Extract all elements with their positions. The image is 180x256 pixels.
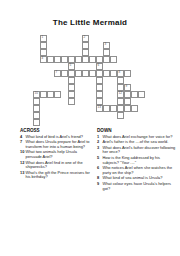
grid-void bbox=[159, 98, 166, 105]
grid-void bbox=[61, 77, 68, 84]
grid-void bbox=[138, 35, 145, 42]
grid-cell[interactable] bbox=[82, 49, 89, 56]
grid-void bbox=[131, 119, 138, 126]
grid-void bbox=[82, 77, 89, 84]
grid-void bbox=[33, 42, 40, 49]
grid-void bbox=[68, 105, 75, 112]
grid-void bbox=[47, 105, 54, 112]
grid-void bbox=[26, 91, 33, 98]
grid-void bbox=[103, 98, 110, 105]
grid-void bbox=[26, 42, 33, 49]
grid-cell[interactable] bbox=[117, 98, 124, 105]
grid-cell[interactable] bbox=[75, 56, 82, 63]
grid-void bbox=[131, 56, 138, 63]
grid-void bbox=[117, 56, 124, 63]
grid-void bbox=[47, 77, 54, 84]
grid-void bbox=[152, 35, 159, 42]
grid-void bbox=[131, 77, 138, 84]
grid-void bbox=[138, 42, 145, 49]
grid-void bbox=[47, 63, 54, 70]
grid-cell[interactable] bbox=[117, 112, 124, 119]
grid-cell[interactable]: 3 bbox=[103, 42, 110, 49]
grid-cell[interactable] bbox=[33, 112, 40, 119]
cell-number: 5 bbox=[70, 64, 72, 67]
grid-void bbox=[89, 119, 96, 126]
grid-void bbox=[33, 63, 40, 70]
grid-void bbox=[159, 84, 166, 91]
grid-void bbox=[82, 105, 89, 112]
grid-void bbox=[159, 35, 166, 42]
clue-text: What does Ariel find in one of the shipw… bbox=[26, 161, 95, 170]
grid-void bbox=[131, 98, 138, 105]
grid-void bbox=[40, 70, 47, 77]
grid-void bbox=[124, 35, 131, 42]
cell-number: 8 bbox=[119, 71, 121, 74]
grid-cell[interactable]: 8 bbox=[117, 70, 124, 77]
grid-cell[interactable]: 7 bbox=[54, 70, 61, 77]
grid-void bbox=[61, 49, 68, 56]
grid-void bbox=[33, 56, 40, 63]
grid-void bbox=[103, 91, 110, 98]
grid-void bbox=[68, 119, 75, 126]
grid-void bbox=[110, 42, 117, 49]
grid-void bbox=[110, 91, 117, 98]
grid-void bbox=[96, 119, 103, 126]
grid-void bbox=[145, 84, 152, 91]
cell-number: 12 bbox=[119, 92, 122, 95]
grid-cell[interactable] bbox=[68, 77, 75, 84]
grid-void bbox=[152, 91, 159, 98]
grid-cell[interactable] bbox=[61, 56, 68, 63]
grid-void bbox=[145, 35, 152, 42]
grid-void bbox=[159, 112, 166, 119]
grid-void bbox=[138, 112, 145, 119]
across-clue-item: 10What two animals help Ursula persuade … bbox=[20, 150, 94, 159]
grid-void bbox=[75, 119, 82, 126]
grid-cell[interactable] bbox=[68, 70, 75, 77]
grid-cell[interactable]: 12 bbox=[117, 91, 124, 98]
grid-void bbox=[138, 105, 145, 112]
grid-cell[interactable] bbox=[33, 98, 40, 105]
grid-void bbox=[89, 98, 96, 105]
grid-void bbox=[61, 35, 68, 42]
grid-void bbox=[61, 105, 68, 112]
grid-void bbox=[33, 70, 40, 77]
grid-void bbox=[159, 49, 166, 56]
grid-cell[interactable] bbox=[68, 84, 75, 91]
grid-void bbox=[89, 49, 96, 56]
grid-void bbox=[159, 42, 166, 49]
grid-void bbox=[103, 112, 110, 119]
grid-void bbox=[26, 77, 33, 84]
cell-number: 10 bbox=[35, 92, 38, 95]
grid-void bbox=[145, 112, 152, 119]
grid-void bbox=[75, 35, 82, 42]
grid-void bbox=[110, 49, 117, 56]
grid-void bbox=[61, 42, 68, 49]
grid-void bbox=[117, 63, 124, 70]
grid-void bbox=[117, 35, 124, 42]
grid-void bbox=[145, 63, 152, 70]
page-title: The Little Mermaid bbox=[0, 18, 180, 27]
grid-cell[interactable] bbox=[110, 56, 117, 63]
grid-cell[interactable]: 9 bbox=[124, 84, 131, 91]
grid-cell[interactable] bbox=[82, 70, 89, 77]
grid-void bbox=[33, 35, 40, 42]
grid-void bbox=[75, 98, 82, 105]
grid-void bbox=[26, 98, 33, 105]
grid-void bbox=[145, 49, 152, 56]
grid-cell[interactable] bbox=[103, 105, 110, 112]
grid-void bbox=[89, 77, 96, 84]
grid-void bbox=[138, 70, 145, 77]
grid-void bbox=[54, 49, 61, 56]
across-clue-item: 13What's the gift the Prince receives fo… bbox=[20, 171, 94, 180]
grid-void bbox=[75, 42, 82, 49]
grid-void bbox=[82, 98, 89, 105]
grid-void bbox=[26, 119, 33, 126]
grid-void bbox=[145, 91, 152, 98]
grid-void bbox=[138, 49, 145, 56]
grid-void bbox=[89, 105, 96, 112]
grid-void bbox=[145, 119, 152, 126]
grid-void bbox=[40, 112, 47, 119]
grid-void bbox=[89, 35, 96, 42]
grid-void bbox=[54, 63, 61, 70]
grid-void bbox=[152, 77, 159, 84]
grid-void bbox=[159, 63, 166, 70]
across-clue-item: 7What does Ursula prepare for Ariel to t… bbox=[20, 140, 94, 149]
grid-void bbox=[138, 98, 145, 105]
grid-cell[interactable] bbox=[96, 70, 103, 77]
grid-cell[interactable] bbox=[89, 70, 96, 77]
grid-void bbox=[89, 91, 96, 98]
grid-void bbox=[124, 56, 131, 63]
grid-cell[interactable]: 13 bbox=[96, 105, 103, 112]
grid-cell[interactable] bbox=[54, 91, 61, 98]
grid-cell[interactable] bbox=[117, 84, 124, 91]
grid-void bbox=[89, 84, 96, 91]
grid-void bbox=[40, 84, 47, 91]
grid-void bbox=[75, 77, 82, 84]
grid-void bbox=[61, 91, 68, 98]
grid-void bbox=[54, 42, 61, 49]
grid-void bbox=[75, 91, 82, 98]
grid-void bbox=[131, 112, 138, 119]
grid-cell[interactable] bbox=[124, 105, 131, 112]
grid-void bbox=[75, 84, 82, 91]
cell-number: 1 bbox=[42, 36, 44, 39]
grid-void bbox=[40, 63, 47, 70]
grid-void bbox=[75, 49, 82, 56]
down-clues-section: DOWN 1What does Ariel exchange her voice… bbox=[97, 128, 177, 192]
grid-void bbox=[68, 42, 75, 49]
grid-cell[interactable] bbox=[47, 56, 54, 63]
grid-void bbox=[159, 77, 166, 84]
grid-void bbox=[26, 63, 33, 70]
grid-void bbox=[145, 105, 152, 112]
grid-void bbox=[110, 63, 117, 70]
grid-cell[interactable] bbox=[96, 98, 103, 105]
grid-void bbox=[75, 105, 82, 112]
grid-cell[interactable] bbox=[103, 70, 110, 77]
worksheet-page: { "game": "crossword", "title": "The Lit… bbox=[0, 0, 180, 256]
down-clue-list: 1What does Ariel exchange her voice for?… bbox=[97, 135, 177, 192]
grid-cell[interactable] bbox=[124, 98, 131, 105]
grid-void bbox=[47, 98, 54, 105]
down-header: DOWN bbox=[97, 128, 177, 133]
grid-cell[interactable]: 10 bbox=[33, 91, 40, 98]
clue-text: What's the gift the Prince receives for … bbox=[26, 171, 95, 180]
grid-void bbox=[82, 84, 89, 91]
grid-cell[interactable] bbox=[103, 56, 110, 63]
grid-void bbox=[124, 77, 131, 84]
clue-text: What does Ariel's father discover follow… bbox=[103, 146, 178, 155]
grid-void bbox=[159, 91, 166, 98]
grid-void bbox=[152, 56, 159, 63]
grid-void bbox=[47, 42, 54, 49]
down-clue-item: 3What does Ariel's father discover follo… bbox=[97, 146, 177, 155]
grid-void bbox=[54, 77, 61, 84]
cell-number: 4 bbox=[42, 57, 44, 60]
grid-void bbox=[68, 49, 75, 56]
cell-number: 9 bbox=[126, 85, 128, 88]
grid-void bbox=[124, 42, 131, 49]
grid-cell[interactable] bbox=[82, 56, 89, 63]
grid-void bbox=[103, 119, 110, 126]
grid-void bbox=[145, 77, 152, 84]
grid-cell[interactable] bbox=[61, 70, 68, 77]
grid-void bbox=[145, 70, 152, 77]
grid-void bbox=[110, 77, 117, 84]
grid-void bbox=[47, 119, 54, 126]
grid-void bbox=[61, 63, 68, 70]
clue-text: What colour eyes have Ursula's helpers g… bbox=[103, 182, 178, 191]
grid-cell[interactable] bbox=[33, 105, 40, 112]
grid-cell[interactable] bbox=[96, 77, 103, 84]
grid-void bbox=[61, 84, 68, 91]
grid-void bbox=[26, 49, 33, 56]
grid-void bbox=[110, 84, 117, 91]
grid-void bbox=[26, 35, 33, 42]
grid-void bbox=[131, 35, 138, 42]
grid-void bbox=[61, 112, 68, 119]
grid-cell[interactable] bbox=[117, 77, 124, 84]
grid-cell[interactable] bbox=[40, 42, 47, 49]
grid-void bbox=[26, 105, 33, 112]
grid-void bbox=[54, 119, 61, 126]
grid-void bbox=[47, 49, 54, 56]
cell-number: 3 bbox=[105, 43, 107, 46]
clue-text: Who notices Ariel when she watches the p… bbox=[103, 166, 178, 175]
grid-void bbox=[103, 84, 110, 91]
grid-void bbox=[152, 63, 159, 70]
grid-cell[interactable] bbox=[124, 70, 131, 77]
cell-number: 2 bbox=[84, 36, 86, 39]
grid-cell[interactable] bbox=[124, 91, 131, 98]
grid-void bbox=[40, 77, 47, 84]
grid-void bbox=[33, 49, 40, 56]
grid-void bbox=[152, 42, 159, 49]
grid-cell[interactable] bbox=[110, 70, 117, 77]
grid-void bbox=[54, 98, 61, 105]
grid-void bbox=[68, 35, 75, 42]
grid-cell[interactable] bbox=[33, 119, 40, 126]
grid-void bbox=[96, 49, 103, 56]
grid-void bbox=[54, 112, 61, 119]
grid-void bbox=[110, 112, 117, 119]
grid-void bbox=[152, 70, 159, 77]
grid-void bbox=[103, 63, 110, 70]
grid-void bbox=[159, 70, 166, 77]
grid-cell[interactable]: 2 bbox=[82, 35, 89, 42]
grid-void bbox=[131, 70, 138, 77]
grid-cell[interactable]: 4 bbox=[40, 56, 47, 63]
grid-void bbox=[138, 84, 145, 91]
grid-void bbox=[82, 63, 89, 70]
cell-number: 13 bbox=[98, 106, 101, 109]
grid-cell[interactable] bbox=[96, 84, 103, 91]
grid-void bbox=[124, 49, 131, 56]
grid-void bbox=[26, 84, 33, 91]
across-clue-list: 4What kind of bird is Ariel's friend?7Wh… bbox=[20, 135, 94, 180]
down-clue-item: 6Who notices Ariel when she watches the … bbox=[97, 166, 177, 175]
grid-void bbox=[96, 112, 103, 119]
grid-void bbox=[145, 98, 152, 105]
grid-void bbox=[159, 119, 166, 126]
grid-void bbox=[54, 35, 61, 42]
grid-void bbox=[131, 63, 138, 70]
grid-void bbox=[96, 35, 103, 42]
grid-void bbox=[96, 42, 103, 49]
grid-void bbox=[47, 35, 54, 42]
grid-void bbox=[26, 112, 33, 119]
grid-cell[interactable] bbox=[68, 91, 75, 98]
grid-void bbox=[159, 56, 166, 63]
grid-void bbox=[82, 91, 89, 98]
grid-void bbox=[54, 105, 61, 112]
grid-void bbox=[40, 105, 47, 112]
grid-void bbox=[89, 42, 96, 49]
grid-void bbox=[152, 84, 159, 91]
crossword-grid: 123456789101213 bbox=[26, 35, 166, 126]
grid-void bbox=[124, 112, 131, 119]
grid-cell[interactable] bbox=[89, 56, 96, 63]
grid-void bbox=[117, 119, 124, 126]
across-header: ACROSS bbox=[20, 128, 94, 133]
grid-cell[interactable] bbox=[40, 91, 47, 98]
grid-void bbox=[117, 49, 124, 56]
grid-cell[interactable] bbox=[131, 91, 138, 98]
grid-void bbox=[33, 84, 40, 91]
grid-void bbox=[159, 105, 166, 112]
grid-cell[interactable] bbox=[96, 91, 103, 98]
grid-void bbox=[61, 119, 68, 126]
grid-cell[interactable] bbox=[110, 105, 117, 112]
cell-number: 6 bbox=[98, 64, 100, 67]
grid-void bbox=[138, 119, 145, 126]
grid-void bbox=[82, 119, 89, 126]
grid-void bbox=[138, 77, 145, 84]
clue-text: How is the King addressed by his subject… bbox=[103, 156, 178, 165]
grid-cell[interactable] bbox=[68, 56, 75, 63]
grid-void bbox=[26, 56, 33, 63]
grid-void bbox=[145, 56, 152, 63]
clue-text: What does Ursula prepare for Ariel to tr… bbox=[26, 140, 95, 149]
grid-cell[interactable] bbox=[96, 56, 103, 63]
grid-cell[interactable] bbox=[117, 105, 124, 112]
grid-void bbox=[152, 105, 159, 112]
grid-void bbox=[145, 42, 152, 49]
grid-cell[interactable]: 6 bbox=[96, 63, 103, 70]
grid-cell[interactable] bbox=[54, 56, 61, 63]
grid-void bbox=[47, 112, 54, 119]
grid-void bbox=[110, 98, 117, 105]
grid-void bbox=[68, 112, 75, 119]
grid-void bbox=[47, 70, 54, 77]
grid-void bbox=[61, 98, 68, 105]
grid-void bbox=[152, 112, 159, 119]
grid-void bbox=[40, 98, 47, 105]
grid-void bbox=[82, 112, 89, 119]
grid-cell[interactable]: 5 bbox=[68, 63, 75, 70]
cell-number: 7 bbox=[56, 71, 58, 74]
grid-void bbox=[89, 63, 96, 70]
grid-cell[interactable] bbox=[131, 105, 138, 112]
grid-cell[interactable] bbox=[40, 49, 47, 56]
grid-cell[interactable] bbox=[103, 49, 110, 56]
grid-cell[interactable] bbox=[138, 91, 145, 98]
grid-void bbox=[124, 63, 131, 70]
grid-void bbox=[124, 119, 131, 126]
grid-void bbox=[131, 49, 138, 56]
grid-void bbox=[110, 119, 117, 126]
grid-void bbox=[26, 70, 33, 77]
grid-cell[interactable] bbox=[82, 42, 89, 49]
grid-cell[interactable] bbox=[75, 70, 82, 77]
across-clues-section: ACROSS 4What kind of bird is Ariel's fri… bbox=[20, 128, 94, 181]
grid-void bbox=[89, 112, 96, 119]
grid-cell[interactable] bbox=[47, 91, 54, 98]
grid-void bbox=[131, 42, 138, 49]
grid-void bbox=[103, 35, 110, 42]
grid-void bbox=[47, 84, 54, 91]
grid-void bbox=[117, 42, 124, 49]
grid-void bbox=[75, 63, 82, 70]
grid-void bbox=[152, 119, 159, 126]
grid-void bbox=[75, 112, 82, 119]
grid-void bbox=[152, 98, 159, 105]
grid-void bbox=[138, 56, 145, 63]
grid-void bbox=[103, 77, 110, 84]
grid-void bbox=[152, 49, 159, 56]
grid-cell[interactable] bbox=[68, 98, 75, 105]
down-clue-item: 5How is the King addressed by his subjec… bbox=[97, 156, 177, 165]
grid-void bbox=[138, 63, 145, 70]
grid-void bbox=[110, 35, 117, 42]
grid-void bbox=[54, 84, 61, 91]
across-clue-item: 12What does Ariel find in one of the shi… bbox=[20, 161, 94, 170]
grid-void bbox=[40, 119, 47, 126]
down-clue-item: 9What colour eyes have Ursula's helpers … bbox=[97, 182, 177, 191]
grid-void bbox=[131, 84, 138, 91]
grid-void bbox=[33, 77, 40, 84]
clue-text: What two animals help Ursula persuade Ar… bbox=[26, 150, 95, 159]
grid-cell[interactable]: 1 bbox=[40, 35, 47, 42]
